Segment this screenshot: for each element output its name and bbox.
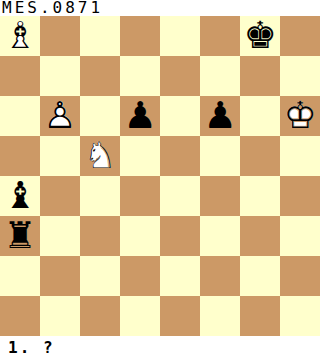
square-h5[interactable]	[280, 136, 320, 176]
square-f2[interactable]	[200, 256, 240, 296]
square-a3[interactable]: ♜	[0, 216, 40, 256]
square-c2[interactable]	[80, 256, 120, 296]
square-e4[interactable]	[160, 176, 200, 216]
square-b3[interactable]	[40, 216, 80, 256]
square-a2[interactable]	[0, 256, 40, 296]
square-g3[interactable]	[240, 216, 280, 256]
square-a7[interactable]	[0, 56, 40, 96]
square-a4[interactable]: ♝	[0, 176, 40, 216]
square-e7[interactable]	[160, 56, 200, 96]
square-f8[interactable]	[200, 16, 240, 56]
square-e1[interactable]	[160, 296, 200, 336]
square-d6[interactable]: ♟	[120, 96, 160, 136]
square-f6[interactable]: ♟	[200, 96, 240, 136]
square-f4[interactable]	[200, 176, 240, 216]
square-g5[interactable]	[240, 136, 280, 176]
chess-board: ♝♗♚♟♙♟♟♚♔♞♘♝♜	[0, 16, 320, 336]
square-h2[interactable]	[280, 256, 320, 296]
piece-white-pawn: ♙	[40, 96, 80, 136]
square-f7[interactable]	[200, 56, 240, 96]
square-b8[interactable]	[40, 16, 80, 56]
square-e5[interactable]	[160, 136, 200, 176]
square-e6[interactable]	[160, 96, 200, 136]
square-b2[interactable]	[40, 256, 80, 296]
square-c1[interactable]	[80, 296, 120, 336]
square-h8[interactable]	[280, 16, 320, 56]
square-a5[interactable]	[0, 136, 40, 176]
square-a6[interactable]	[0, 96, 40, 136]
square-b7[interactable]	[40, 56, 80, 96]
piece-black-pawn: ♟	[120, 96, 160, 136]
square-d2[interactable]	[120, 256, 160, 296]
piece-white-bishop: ♗	[0, 16, 40, 56]
move-prompt: 1. ?	[8, 336, 55, 360]
square-d1[interactable]	[120, 296, 160, 336]
square-b6[interactable]: ♟♙	[40, 96, 80, 136]
square-c4[interactable]	[80, 176, 120, 216]
square-f1[interactable]	[200, 296, 240, 336]
square-e8[interactable]	[160, 16, 200, 56]
square-d5[interactable]	[120, 136, 160, 176]
square-b5[interactable]	[40, 136, 80, 176]
square-c5[interactable]: ♞♘	[80, 136, 120, 176]
square-d3[interactable]	[120, 216, 160, 256]
square-g6[interactable]	[240, 96, 280, 136]
square-h4[interactable]	[280, 176, 320, 216]
piece-black-king: ♚	[240, 16, 280, 56]
square-c6[interactable]	[80, 96, 120, 136]
square-a8[interactable]: ♝♗	[0, 16, 40, 56]
piece-black-rook: ♜	[0, 216, 40, 256]
piece-black-pawn: ♟	[200, 96, 240, 136]
piece-black-bishop: ♝	[0, 176, 40, 216]
square-d8[interactable]	[120, 16, 160, 56]
square-h7[interactable]	[280, 56, 320, 96]
square-h3[interactable]	[280, 216, 320, 256]
square-e2[interactable]	[160, 256, 200, 296]
piece-white-king: ♔	[280, 96, 320, 136]
square-d7[interactable]	[120, 56, 160, 96]
square-e3[interactable]	[160, 216, 200, 256]
square-b4[interactable]	[40, 176, 80, 216]
square-c8[interactable]	[80, 16, 120, 56]
square-h1[interactable]	[280, 296, 320, 336]
square-b1[interactable]	[40, 296, 80, 336]
piece-white-knight: ♘	[80, 136, 120, 176]
square-g1[interactable]	[240, 296, 280, 336]
square-f3[interactable]	[200, 216, 240, 256]
chess-diagram-page: MES.0871 ♝♗♚♟♙♟♟♚♔♞♘♝♜ 1. ?	[0, 0, 320, 360]
square-d4[interactable]	[120, 176, 160, 216]
square-g4[interactable]	[240, 176, 280, 216]
square-g7[interactable]	[240, 56, 280, 96]
square-g8[interactable]: ♚	[240, 16, 280, 56]
square-h6[interactable]: ♚♔	[280, 96, 320, 136]
square-f5[interactable]	[200, 136, 240, 176]
square-c3[interactable]	[80, 216, 120, 256]
square-c7[interactable]	[80, 56, 120, 96]
square-g2[interactable]	[240, 256, 280, 296]
square-a1[interactable]	[0, 296, 40, 336]
